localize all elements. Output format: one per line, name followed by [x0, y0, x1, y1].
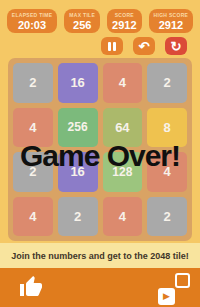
- play-triangle-icon: ▶: [163, 292, 170, 301]
- play-store-button[interactable]: ▶: [162, 275, 188, 301]
- app-window: ELAPSED TIME 20:03 MAX TILE 256 SCORE 29…: [0, 0, 200, 307]
- undo-button[interactable]: ↶: [133, 37, 155, 55]
- board[interactable]: 21642425664821612844242: [8, 58, 192, 241]
- stat-value: 2912: [154, 19, 189, 31]
- tile-4: 4: [147, 152, 187, 192]
- tagline-strip: Join the numbers and get to the 2048 til…: [0, 243, 200, 268]
- tagline-text: Join the numbers and get to the 2048 til…: [11, 251, 189, 261]
- stat-max-tile: MAX TILE 256: [64, 9, 100, 33]
- tile-4: 4: [13, 197, 53, 237]
- tile-128: 128: [103, 152, 143, 192]
- tile-64: 64: [103, 108, 143, 148]
- pause-button[interactable]: [101, 37, 123, 55]
- stat-label: HIGH SCORE: [154, 12, 189, 18]
- like-button[interactable]: [17, 275, 45, 301]
- stat-high-score: HIGH SCORE 2912: [149, 9, 194, 33]
- tile-2: 2: [147, 197, 187, 237]
- tile-256: 256: [58, 108, 98, 148]
- tile-16: 16: [58, 152, 98, 192]
- tile-4: 4: [103, 197, 143, 237]
- restart-icon: ↻: [171, 40, 182, 53]
- stat-label: SCORE: [112, 12, 136, 18]
- stat-label: ELAPSED TIME: [12, 12, 53, 18]
- tile-2: 2: [13, 63, 53, 103]
- thumbs-up-icon: [18, 275, 44, 299]
- undo-icon: ↶: [139, 40, 150, 53]
- tile-4: 4: [103, 63, 143, 103]
- tile-8: 8: [147, 108, 187, 148]
- controls-bar: ↶ ↻: [0, 33, 200, 55]
- tile-2: 2: [58, 197, 98, 237]
- tile-2: 2: [13, 152, 53, 192]
- tile-16: 16: [58, 63, 98, 103]
- pause-icon: [108, 42, 116, 51]
- stat-label: MAX TILE: [69, 12, 95, 18]
- stat-value: 256: [69, 19, 95, 31]
- board-area: 21642425664821612844242 Game Over!: [8, 58, 192, 241]
- restart-button[interactable]: ↻: [165, 37, 187, 55]
- stat-score: SCORE 2912: [107, 9, 141, 33]
- footer-bar: ▶: [0, 268, 200, 307]
- stat-value: 20:03: [12, 19, 53, 31]
- stats-bar: ELAPSED TIME 20:03 MAX TILE 256 SCORE 29…: [0, 9, 200, 33]
- stat-value: 2912: [112, 19, 136, 31]
- tile-4: 4: [13, 108, 53, 148]
- tile-2: 2: [147, 63, 187, 103]
- stat-elapsed-time: ELAPSED TIME 20:03: [7, 9, 58, 33]
